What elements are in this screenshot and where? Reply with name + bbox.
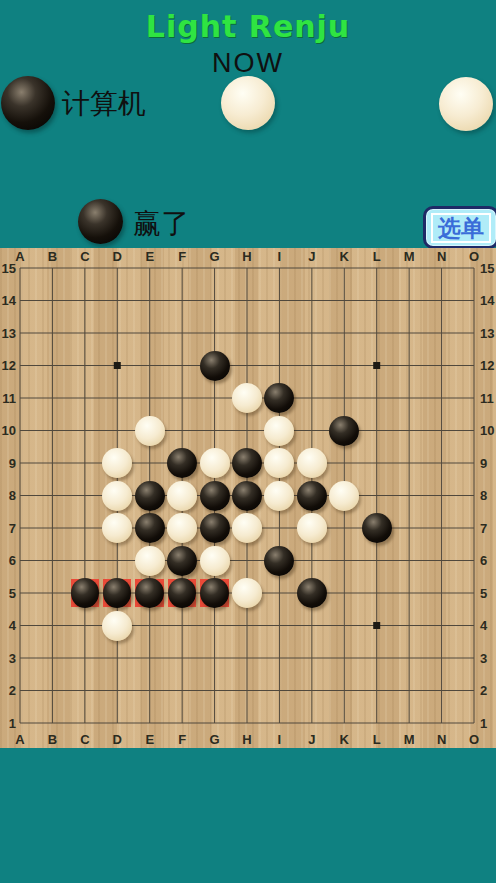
cell-J13[interactable]: [296, 317, 328, 350]
cell-H4[interactable]: [231, 609, 263, 642]
white-stone-H5: [232, 578, 262, 608]
cell-C10[interactable]: [69, 414, 101, 447]
cell-F3[interactable]: [166, 642, 198, 675]
cell-D9[interactable]: [101, 447, 133, 480]
cell-M2[interactable]: [393, 674, 425, 707]
cell-N3[interactable]: [425, 642, 457, 675]
cell-M8[interactable]: [393, 479, 425, 512]
cell-D8[interactable]: [101, 479, 133, 512]
cell-H11[interactable]: [231, 382, 263, 415]
cell-K7[interactable]: [328, 512, 360, 545]
cell-H1[interactable]: [231, 707, 263, 740]
cell-J12[interactable]: [296, 349, 328, 382]
cell-O11[interactable]: [458, 382, 490, 415]
cell-J7[interactable]: [296, 512, 328, 545]
cell-G4[interactable]: [198, 609, 230, 642]
cell-G13[interactable]: [198, 317, 230, 350]
cell-H15[interactable]: [231, 252, 263, 285]
black-stone-J8: [297, 481, 327, 511]
cell-C1[interactable]: [69, 707, 101, 740]
cell-G7[interactable]: [198, 512, 230, 545]
cell-L15[interactable]: [360, 252, 392, 285]
cell-N14[interactable]: [425, 284, 457, 317]
cell-E2[interactable]: [133, 674, 165, 707]
white-stone-I9: [264, 448, 294, 478]
cell-C5[interactable]: [69, 577, 101, 610]
cell-D14[interactable]: [101, 284, 133, 317]
cell-F11[interactable]: [166, 382, 198, 415]
cell-H14[interactable]: [231, 284, 263, 317]
cell-A12[interactable]: [4, 349, 36, 382]
cell-G1[interactable]: [198, 707, 230, 740]
cell-K1[interactable]: [328, 707, 360, 740]
cell-I12[interactable]: [263, 349, 295, 382]
cell-G9[interactable]: [198, 447, 230, 480]
cell-K2[interactable]: [328, 674, 360, 707]
cell-M4[interactable]: [393, 609, 425, 642]
cell-N12[interactable]: [425, 349, 457, 382]
cell-I3[interactable]: [263, 642, 295, 675]
cell-L14[interactable]: [360, 284, 392, 317]
cell-A1[interactable]: [4, 707, 36, 740]
cell-F15[interactable]: [166, 252, 198, 285]
white-stone-J7: [297, 513, 327, 543]
cell-B15[interactable]: [36, 252, 68, 285]
cell-K4[interactable]: [328, 609, 360, 642]
cell-F6[interactable]: [166, 544, 198, 577]
cell-A9[interactable]: [4, 447, 36, 480]
cell-L7[interactable]: [360, 512, 392, 545]
cell-K14[interactable]: [328, 284, 360, 317]
cell-K11[interactable]: [328, 382, 360, 415]
cell-N15[interactable]: [425, 252, 457, 285]
black-stone-E5: [135, 578, 163, 608]
white-stone-K8: [329, 481, 359, 511]
cell-I7[interactable]: [263, 512, 295, 545]
black-stone-D5: [103, 578, 131, 608]
black-stone-I11: [264, 383, 294, 413]
cell-A7[interactable]: [4, 512, 36, 545]
cell-M1[interactable]: [393, 707, 425, 740]
cell-C14[interactable]: [69, 284, 101, 317]
cell-M9[interactable]: [393, 447, 425, 480]
cell-B12[interactable]: [36, 349, 68, 382]
player-white-stone-icon: [439, 77, 493, 131]
cell-D13[interactable]: [101, 317, 133, 350]
cell-F13[interactable]: [166, 317, 198, 350]
cell-A14[interactable]: [4, 284, 36, 317]
white-stone-D9: [102, 448, 132, 478]
cell-L3[interactable]: [360, 642, 392, 675]
cell-M12[interactable]: [393, 349, 425, 382]
cell-E6[interactable]: [133, 544, 165, 577]
cell-F5[interactable]: [166, 577, 198, 610]
cell-I15[interactable]: [263, 252, 295, 285]
cell-L11[interactable]: [360, 382, 392, 415]
cell-G15[interactable]: [198, 252, 230, 285]
cell-J9[interactable]: [296, 447, 328, 480]
cell-B1[interactable]: [36, 707, 68, 740]
cell-N9[interactable]: [425, 447, 457, 480]
cell-H5[interactable]: [231, 577, 263, 610]
cell-D7[interactable]: [101, 512, 133, 545]
cell-B3[interactable]: [36, 642, 68, 675]
cell-H10[interactable]: [231, 414, 263, 447]
cell-B5[interactable]: [36, 577, 68, 610]
cell-K9[interactable]: [328, 447, 360, 480]
cell-L10[interactable]: [360, 414, 392, 447]
cell-G6[interactable]: [198, 544, 230, 577]
cell-G8[interactable]: [198, 479, 230, 512]
cell-K6[interactable]: [328, 544, 360, 577]
cell-L1[interactable]: [360, 707, 392, 740]
cell-M6[interactable]: [393, 544, 425, 577]
cell-G14[interactable]: [198, 284, 230, 317]
cell-O14[interactable]: [458, 284, 490, 317]
current-move-white-stone-icon: [221, 76, 275, 130]
cell-B9[interactable]: [36, 447, 68, 480]
cell-E12[interactable]: [133, 349, 165, 382]
cell-C2[interactable]: [69, 674, 101, 707]
cell-E7[interactable]: [133, 512, 165, 545]
black-stone-G5: [200, 578, 228, 608]
cell-L8[interactable]: [360, 479, 392, 512]
cell-O13[interactable]: [458, 317, 490, 350]
cell-D12[interactable]: [101, 349, 133, 382]
cell-C3[interactable]: [69, 642, 101, 675]
white-stone-E6: [135, 546, 165, 576]
cell-B8[interactable]: [36, 479, 68, 512]
cell-J14[interactable]: [296, 284, 328, 317]
cell-C4[interactable]: [69, 609, 101, 642]
cell-B6[interactable]: [36, 544, 68, 577]
cell-O8[interactable]: [458, 479, 490, 512]
white-stone-D8: [102, 481, 132, 511]
cell-A11[interactable]: [4, 382, 36, 415]
computer-label: 计算机: [62, 85, 146, 123]
cell-E4[interactable]: [133, 609, 165, 642]
winner-label: 赢了: [133, 205, 189, 243]
cell-K13[interactable]: [328, 317, 360, 350]
cell-M14[interactable]: [393, 284, 425, 317]
cell-J10[interactable]: [296, 414, 328, 447]
cell-I2[interactable]: [263, 674, 295, 707]
cell-H2[interactable]: [231, 674, 263, 707]
cell-C9[interactable]: [69, 447, 101, 480]
cell-N8[interactable]: [425, 479, 457, 512]
cell-G11[interactable]: [198, 382, 230, 415]
cell-M3[interactable]: [393, 642, 425, 675]
cell-J8[interactable]: [296, 479, 328, 512]
cell-F2[interactable]: [166, 674, 198, 707]
cell-O4[interactable]: [458, 609, 490, 642]
cell-N10[interactable]: [425, 414, 457, 447]
white-stone-H7: [232, 513, 262, 543]
white-stone-I8: [264, 481, 294, 511]
cell-O2[interactable]: [458, 674, 490, 707]
cell-M13[interactable]: [393, 317, 425, 350]
cell-O10[interactable]: [458, 414, 490, 447]
cell-K8[interactable]: [328, 479, 360, 512]
cell-A8[interactable]: [4, 479, 36, 512]
cell-I4[interactable]: [263, 609, 295, 642]
cell-B10[interactable]: [36, 414, 68, 447]
cell-J15[interactable]: [296, 252, 328, 285]
cell-M11[interactable]: [393, 382, 425, 415]
cell-E15[interactable]: [133, 252, 165, 285]
cell-C13[interactable]: [69, 317, 101, 350]
cell-M7[interactable]: [393, 512, 425, 545]
black-stone-G7: [200, 513, 230, 543]
black-stone-I6: [264, 546, 294, 576]
cell-M10[interactable]: [393, 414, 425, 447]
cell-J4[interactable]: [296, 609, 328, 642]
cell-A6[interactable]: [4, 544, 36, 577]
white-stone-F7: [167, 513, 197, 543]
app-title: Light Renju: [0, 9, 496, 44]
cell-D5[interactable]: [101, 577, 133, 610]
cell-L9[interactable]: [360, 447, 392, 480]
black-stone-E8: [135, 481, 165, 511]
white-stone-J9: [297, 448, 327, 478]
winner-black-stone-icon: [78, 199, 123, 244]
menu-button[interactable]: 选单: [423, 206, 496, 249]
cell-I8[interactable]: [263, 479, 295, 512]
cell-B14[interactable]: [36, 284, 68, 317]
cell-G12[interactable]: [198, 349, 230, 382]
cell-O5[interactable]: [458, 577, 490, 610]
cell-E8[interactable]: [133, 479, 165, 512]
cell-G3[interactable]: [198, 642, 230, 675]
cell-N4[interactable]: [425, 609, 457, 642]
cell-K3[interactable]: [328, 642, 360, 675]
renju-board: AABBCCDDEEFFGGHHIIJJKKLLMMNNOO1515141413…: [0, 248, 496, 748]
cell-J3[interactable]: [296, 642, 328, 675]
cell-H6[interactable]: [231, 544, 263, 577]
cell-C8[interactable]: [69, 479, 101, 512]
cell-H7[interactable]: [231, 512, 263, 545]
cell-E10[interactable]: [133, 414, 165, 447]
cell-O9[interactable]: [458, 447, 490, 480]
cell-A10[interactable]: [4, 414, 36, 447]
cell-H8[interactable]: [231, 479, 263, 512]
cell-D10[interactable]: [101, 414, 133, 447]
black-stone-L7: [362, 513, 392, 543]
white-stone-D7: [102, 513, 132, 543]
cell-I6[interactable]: [263, 544, 295, 577]
white-stone-I10: [264, 416, 294, 446]
white-stone-G6: [200, 546, 230, 576]
cell-C6[interactable]: [69, 544, 101, 577]
cell-G5[interactable]: [198, 577, 230, 610]
cell-A2[interactable]: [4, 674, 36, 707]
cell-I10[interactable]: [263, 414, 295, 447]
cell-I1[interactable]: [263, 707, 295, 740]
cell-C12[interactable]: [69, 349, 101, 382]
cell-L13[interactable]: [360, 317, 392, 350]
cell-F10[interactable]: [166, 414, 198, 447]
cell-E11[interactable]: [133, 382, 165, 415]
cell-H13[interactable]: [231, 317, 263, 350]
cell-D2[interactable]: [101, 674, 133, 707]
cell-J11[interactable]: [296, 382, 328, 415]
cell-L12[interactable]: [360, 349, 392, 382]
cell-C7[interactable]: [69, 512, 101, 545]
cell-D15[interactable]: [101, 252, 133, 285]
cell-J1[interactable]: [296, 707, 328, 740]
cell-J2[interactable]: [296, 674, 328, 707]
black-stone-E7: [135, 513, 165, 543]
cell-L5[interactable]: [360, 577, 392, 610]
cell-K5[interactable]: [328, 577, 360, 610]
white-stone-E10: [135, 416, 165, 446]
cell-O7[interactable]: [458, 512, 490, 545]
cell-K15[interactable]: [328, 252, 360, 285]
cell-B2[interactable]: [36, 674, 68, 707]
cell-F1[interactable]: [166, 707, 198, 740]
cell-F9[interactable]: [166, 447, 198, 480]
cell-B7[interactable]: [36, 512, 68, 545]
cell-L4[interactable]: [360, 609, 392, 642]
cell-C15[interactable]: [69, 252, 101, 285]
cell-J5[interactable]: [296, 577, 328, 610]
cell-O1[interactable]: [458, 707, 490, 740]
cell-O12[interactable]: [458, 349, 490, 382]
cell-I5[interactable]: [263, 577, 295, 610]
cell-E3[interactable]: [133, 642, 165, 675]
black-stone-F9: [167, 448, 197, 478]
app-screen: Light Renju NOW 计算机 赢了 选单 AABBCCDDEEFFGG…: [0, 0, 496, 883]
cell-C11[interactable]: [69, 382, 101, 415]
cell-D1[interactable]: [101, 707, 133, 740]
black-stone-C5: [71, 578, 99, 608]
cell-J6[interactable]: [296, 544, 328, 577]
now-label: NOW: [0, 48, 496, 79]
cell-A5[interactable]: [4, 577, 36, 610]
white-stone-F8: [167, 481, 197, 511]
cell-L6[interactable]: [360, 544, 392, 577]
cell-E9[interactable]: [133, 447, 165, 480]
cell-N5[interactable]: [425, 577, 457, 610]
cell-A3[interactable]: [4, 642, 36, 675]
black-stone-G8: [200, 481, 230, 511]
cell-F12[interactable]: [166, 349, 198, 382]
cell-H12[interactable]: [231, 349, 263, 382]
cell-M5[interactable]: [393, 577, 425, 610]
cell-H9[interactable]: [231, 447, 263, 480]
cell-E13[interactable]: [133, 317, 165, 350]
white-stone-D4: [102, 611, 132, 641]
menu-button-label: 选单: [431, 213, 491, 243]
black-stone-G12: [200, 351, 230, 381]
cell-K12[interactable]: [328, 349, 360, 382]
cell-I13[interactable]: [263, 317, 295, 350]
black-stone-H9: [232, 448, 262, 478]
cell-O3[interactable]: [458, 642, 490, 675]
cell-A13[interactable]: [4, 317, 36, 350]
cell-N13[interactable]: [425, 317, 457, 350]
cell-B11[interactable]: [36, 382, 68, 415]
cell-D3[interactable]: [101, 642, 133, 675]
cell-F8[interactable]: [166, 479, 198, 512]
cell-D4[interactable]: [101, 609, 133, 642]
cell-B13[interactable]: [36, 317, 68, 350]
cell-I9[interactable]: [263, 447, 295, 480]
cell-I14[interactable]: [263, 284, 295, 317]
black-stone-K10: [329, 416, 359, 446]
cell-M15[interactable]: [393, 252, 425, 285]
cell-G10[interactable]: [198, 414, 230, 447]
cell-A15[interactable]: [4, 252, 36, 285]
cell-N7[interactable]: [425, 512, 457, 545]
cell-E5[interactable]: [133, 577, 165, 610]
cell-A4[interactable]: [4, 609, 36, 642]
black-stone-F6: [167, 546, 197, 576]
cell-N6[interactable]: [425, 544, 457, 577]
cell-H3[interactable]: [231, 642, 263, 675]
cell-F7[interactable]: [166, 512, 198, 545]
cell-L2[interactable]: [360, 674, 392, 707]
cell-D6[interactable]: [101, 544, 133, 577]
cell-O6[interactable]: [458, 544, 490, 577]
cell-N1[interactable]: [425, 707, 457, 740]
cell-D11[interactable]: [101, 382, 133, 415]
cell-K10[interactable]: [328, 414, 360, 447]
cell-I11[interactable]: [263, 382, 295, 415]
cell-E1[interactable]: [133, 707, 165, 740]
cell-B4[interactable]: [36, 609, 68, 642]
white-stone-H11: [232, 383, 262, 413]
cell-F14[interactable]: [166, 284, 198, 317]
computer-black-stone-icon: [1, 76, 55, 130]
black-stone-J5: [297, 578, 327, 608]
cell-E14[interactable]: [133, 284, 165, 317]
cell-F4[interactable]: [166, 609, 198, 642]
footer-area: [0, 748, 496, 883]
cell-N2[interactable]: [425, 674, 457, 707]
cell-O15[interactable]: [458, 252, 490, 285]
white-stone-G9: [200, 448, 230, 478]
black-stone-F5: [168, 578, 196, 608]
cell-N11[interactable]: [425, 382, 457, 415]
board-cells: [4, 252, 490, 740]
black-stone-H8: [232, 481, 262, 511]
cell-G2[interactable]: [198, 674, 230, 707]
